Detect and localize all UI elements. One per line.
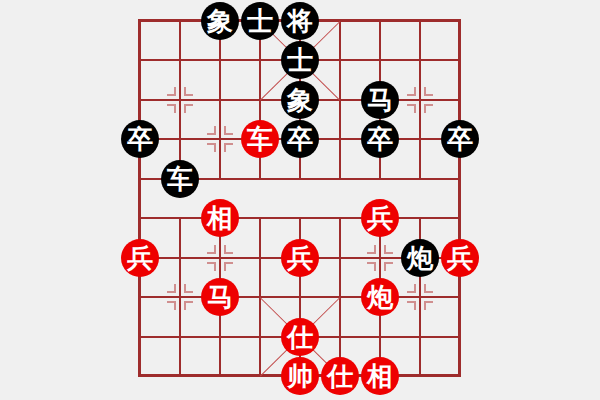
point-marker-corner [224,245,233,254]
grid-line-v [179,21,181,180]
point-marker-corner [224,126,233,135]
piece-black-cannon[interactable]: 炮 [401,239,439,277]
piece-red-advisor[interactable]: 仕 [281,318,319,356]
point-marker-corner [367,262,376,271]
piece-red-cannon[interactable]: 炮 [361,278,399,316]
piece-black-soldier[interactable]: 卒 [281,120,319,158]
piece-red-elephant[interactable]: 相 [361,357,399,395]
point-marker-corner [167,301,176,310]
point-marker-corner [167,87,176,96]
piece-black-elephant[interactable]: 象 [281,81,319,119]
point-marker-corner [207,126,216,135]
piece-red-horse[interactable]: 马 [201,278,239,316]
point-marker-corner [207,143,216,152]
point-marker-corner [207,245,216,254]
point-marker-corner [407,301,416,310]
piece-black-elephant[interactable]: 象 [201,2,239,40]
piece-black-advisor[interactable]: 士 [241,2,279,40]
xiangqi-board: 象士将士象马卒卒卒卒车炮车相兵兵兵兵马炮仕帅仕相 [0,0,600,400]
piece-red-advisor[interactable]: 仕 [321,357,359,395]
piece-red-soldier[interactable]: 兵 [281,239,319,277]
piece-black-soldier[interactable]: 卒 [361,120,399,158]
piece-black-horse[interactable]: 马 [361,81,399,119]
point-marker-corner [424,104,433,113]
point-marker-corner [407,104,416,113]
piece-black-soldier[interactable]: 卒 [121,120,159,158]
point-marker-corner [224,262,233,271]
piece-red-elephant[interactable]: 相 [201,199,239,237]
point-marker-corner [184,301,193,310]
point-marker-corner [207,262,216,271]
piece-black-chariot[interactable]: 车 [161,160,199,198]
point-marker-corner [224,143,233,152]
piece-red-chariot[interactable]: 车 [241,120,279,158]
point-marker-corner [184,87,193,96]
point-marker-corner [367,245,376,254]
piece-red-soldier[interactable]: 兵 [361,199,399,237]
point-marker-corner [184,104,193,113]
point-marker-corner [407,284,416,293]
piece-black-general[interactable]: 将 [281,2,319,40]
point-marker-corner [424,87,433,96]
grid-line-v [419,21,421,180]
point-marker-corner [424,284,433,293]
point-marker-corner [184,284,193,293]
piece-red-soldier[interactable]: 兵 [121,239,159,277]
grid-line-v [219,21,221,180]
piece-red-general[interactable]: 帅 [281,357,319,395]
piece-red-soldier[interactable]: 兵 [441,239,479,277]
point-marker-corner [167,284,176,293]
point-marker-corner [167,104,176,113]
point-marker-corner [384,245,393,254]
page-background: { "game": "xiangqi", "board": { "files":… [0,0,600,400]
piece-black-soldier[interactable]: 卒 [441,120,479,158]
point-marker-corner [407,87,416,96]
grid-line-v [179,217,181,377]
point-marker-corner [384,262,393,271]
point-marker-corner [424,301,433,310]
piece-black-advisor[interactable]: 士 [281,41,319,79]
